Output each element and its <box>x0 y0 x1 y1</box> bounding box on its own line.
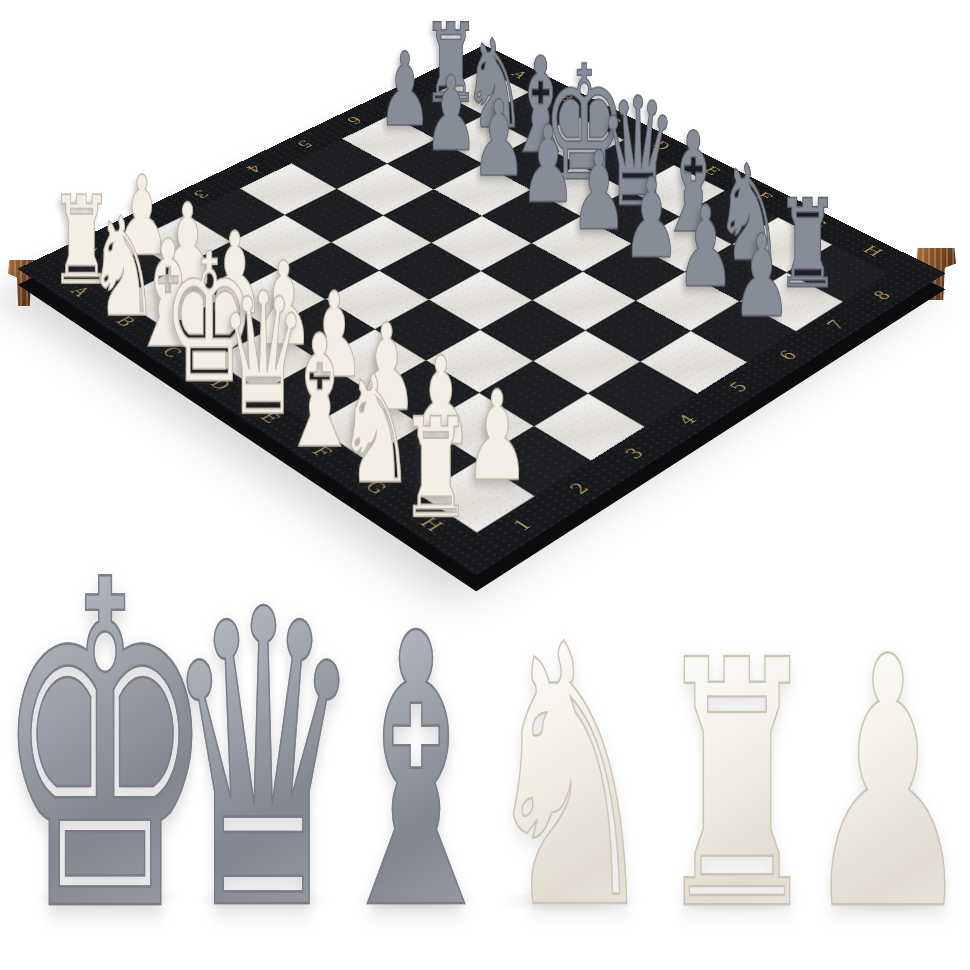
rank-label-right-1: 1 <box>480 497 566 552</box>
piece-white-rook-h1: ♜ <box>400 400 472 538</box>
square-f5 <box>532 271 636 330</box>
piece-gray-pawn-e7: ♟ <box>571 137 627 245</box>
product-photo: ♜♞♝♚♛♝♞♜♟♟♟♟♟♟♟♟♟♟♟♟♟♟♟♟♜♞♝♚♛♝♞♜ AABBCCD… <box>0 0 970 970</box>
piece-white-pawn-h2: ♟ <box>465 374 530 498</box>
piece-gray-pawn-g7: ♟ <box>677 191 735 303</box>
piece-gray-pawn-f7: ♟ <box>623 163 680 273</box>
display-white-rook: ♜ <box>653 616 821 956</box>
display-white-knight: ♞ <box>481 599 659 959</box>
rank-label-right-8: 8 <box>843 274 922 317</box>
square-e5 <box>481 243 583 300</box>
display-white-pawn: ♟ <box>803 612 970 957</box>
square-h8: ♜ <box>787 245 889 302</box>
rank-label-right-2: 2 <box>537 462 622 515</box>
piece-gray-pawn-d7: ♟ <box>521 111 576 218</box>
piece-gray-pawn-h7: ♟ <box>732 219 791 333</box>
rank-label-right-5: 5 <box>698 363 780 411</box>
piece-gray-pawn-c7: ♟ <box>472 86 527 191</box>
rank-label-right-4: 4 <box>646 395 729 444</box>
board-grid: ♜♞♝♚♛♝♞♜♟♟♟♟♟♟♟♟♟♟♟♟♟♟♟♟♜♞♝♚♛♝♞♜ <box>74 69 889 532</box>
piece-gray-pawn-b7: ♟ <box>425 62 479 165</box>
